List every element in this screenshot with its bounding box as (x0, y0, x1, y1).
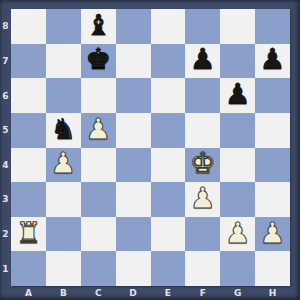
piece-white-pawn[interactable]: ♟ (50, 149, 76, 178)
square-a8[interactable] (11, 9, 46, 44)
piece-white-pawn[interactable]: ♟ (85, 115, 111, 144)
piece-black-pawn[interactable]: ♟ (260, 45, 286, 74)
file-label-b: B (46, 286, 81, 299)
square-b7[interactable] (46, 44, 81, 79)
square-a6[interactable] (11, 78, 46, 113)
square-b5[interactable]: ♞ (46, 113, 81, 148)
rank-label-2: 2 (0, 217, 11, 252)
square-f2[interactable] (185, 217, 220, 252)
square-c7[interactable]: ♚ (81, 44, 116, 79)
square-h6[interactable] (255, 78, 290, 113)
square-b4[interactable]: ♟ (46, 148, 81, 183)
rank-label-4: 4 (0, 148, 11, 183)
file-label-f: F (185, 286, 220, 299)
square-d2[interactable] (116, 217, 151, 252)
piece-white-pawn[interactable]: ♟ (190, 184, 216, 213)
square-d1[interactable] (116, 251, 151, 286)
square-h5[interactable] (255, 113, 290, 148)
square-d7[interactable] (116, 44, 151, 79)
square-g7[interactable] (220, 44, 255, 79)
piece-white-king[interactable]: ♚ (190, 149, 216, 178)
rank-label-1: 1 (0, 251, 11, 286)
square-c5[interactable]: ♟ (81, 113, 116, 148)
file-label-d: D (116, 286, 151, 299)
piece-white-pawn[interactable]: ♟ (225, 219, 251, 248)
square-d5[interactable] (116, 113, 151, 148)
square-h2[interactable]: ♟ (255, 217, 290, 252)
square-d6[interactable] (116, 78, 151, 113)
square-f1[interactable] (185, 251, 220, 286)
file-label-e: E (151, 286, 186, 299)
piece-black-pawn[interactable]: ♟ (190, 45, 216, 74)
square-h3[interactable] (255, 182, 290, 217)
rank-label-6: 6 (0, 78, 11, 113)
file-label-g: G (220, 286, 255, 299)
square-c8[interactable]: ♝ (81, 9, 116, 44)
square-h1[interactable] (255, 251, 290, 286)
square-c2[interactable] (81, 217, 116, 252)
square-g1[interactable] (220, 251, 255, 286)
square-f4[interactable]: ♚ (185, 148, 220, 183)
square-e2[interactable] (151, 217, 186, 252)
square-e1[interactable] (151, 251, 186, 286)
square-c1[interactable] (81, 251, 116, 286)
square-d3[interactable] (116, 182, 151, 217)
square-h7[interactable]: ♟ (255, 44, 290, 79)
piece-black-king[interactable]: ♚ (85, 45, 111, 74)
rank-label-7: 7 (0, 44, 11, 79)
rank-label-5: 5 (0, 113, 11, 148)
piece-black-knight[interactable]: ♞ (50, 115, 76, 144)
square-d4[interactable] (116, 148, 151, 183)
chess-board: ♝♚♟♟♟♞♟♟♚♟♜♟♟ (11, 9, 290, 286)
square-g5[interactable] (220, 113, 255, 148)
square-g3[interactable] (220, 182, 255, 217)
file-label-a: A (11, 286, 46, 299)
square-h4[interactable] (255, 148, 290, 183)
square-g8[interactable] (220, 9, 255, 44)
square-g6[interactable]: ♟ (220, 78, 255, 113)
square-c6[interactable] (81, 78, 116, 113)
square-f7[interactable]: ♟ (185, 44, 220, 79)
square-c3[interactable] (81, 182, 116, 217)
square-e8[interactable] (151, 9, 186, 44)
square-e6[interactable] (151, 78, 186, 113)
square-f8[interactable] (185, 9, 220, 44)
piece-white-rook[interactable]: ♜ (15, 219, 41, 248)
square-f5[interactable] (185, 113, 220, 148)
square-a7[interactable] (11, 44, 46, 79)
piece-black-pawn[interactable]: ♟ (225, 80, 251, 109)
chess-board-frame: ♝♚♟♟♟♞♟♟♚♟♜♟♟ 87654321 ABCDEFGH (0, 0, 300, 300)
square-b3[interactable] (46, 182, 81, 217)
square-b2[interactable] (46, 217, 81, 252)
square-g2[interactable]: ♟ (220, 217, 255, 252)
square-a1[interactable] (11, 251, 46, 286)
piece-white-pawn[interactable]: ♟ (260, 219, 286, 248)
square-b8[interactable] (46, 9, 81, 44)
square-a2[interactable]: ♜ (11, 217, 46, 252)
square-e3[interactable] (151, 182, 186, 217)
rank-label-8: 8 (0, 9, 11, 44)
square-h8[interactable] (255, 9, 290, 44)
square-b1[interactable] (46, 251, 81, 286)
square-d8[interactable] (116, 9, 151, 44)
square-b6[interactable] (46, 78, 81, 113)
square-a4[interactable] (11, 148, 46, 183)
piece-black-bishop[interactable]: ♝ (85, 11, 111, 40)
square-f3[interactable]: ♟ (185, 182, 220, 217)
file-label-h: H (255, 286, 290, 299)
square-a5[interactable] (11, 113, 46, 148)
square-g4[interactable] (220, 148, 255, 183)
square-c4[interactable] (81, 148, 116, 183)
square-a3[interactable] (11, 182, 46, 217)
square-e4[interactable] (151, 148, 186, 183)
square-f6[interactable] (185, 78, 220, 113)
square-e7[interactable] (151, 44, 186, 79)
file-label-c: C (81, 286, 116, 299)
rank-label-3: 3 (0, 182, 11, 217)
square-e5[interactable] (151, 113, 186, 148)
